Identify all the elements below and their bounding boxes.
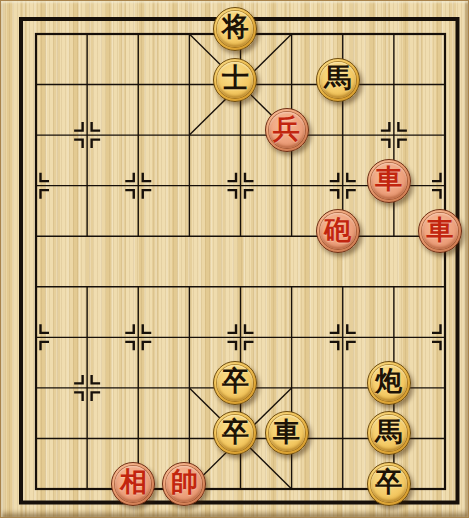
piece-glyph: 車 [375,166,402,193]
piece-face: 兵 [269,112,305,148]
piece-glyph: 馬 [324,65,351,92]
piece-glyph: 卒 [375,469,402,496]
piece-face: 馬 [320,62,356,98]
piece-glyph: 砲 [324,217,351,244]
piece-face: 帥 [166,466,202,502]
xiangqi-board-window: 将士馬兵車砲車卒炮卒車馬相帥卒 [0,0,469,518]
piece-glyph: 相 [120,469,147,496]
piece-black-soldier[interactable]: 卒 [213,361,257,405]
piece-black-cannon[interactable]: 炮 [367,361,411,405]
piece-face: 卒 [217,415,253,451]
piece-glyph: 兵 [273,116,300,143]
piece-glyph: 帥 [171,469,198,496]
piece-black-soldier[interactable]: 卒 [367,462,411,506]
piece-face: 車 [269,415,305,451]
piece-black-soldier[interactable]: 卒 [213,411,257,455]
piece-face: 将 [217,11,253,47]
piece-layer: 将士馬兵車砲車卒炮卒車馬相帥卒 [10,9,469,515]
piece-face: 卒 [371,466,407,502]
piece-face: 炮 [371,365,407,401]
piece-glyph: 車 [426,217,453,244]
piece-red-soldier[interactable]: 兵 [265,108,309,152]
piece-black-general[interactable]: 将 [213,7,257,51]
piece-black-horse[interactable]: 馬 [316,58,360,102]
piece-glyph: 車 [273,419,300,446]
piece-face: 車 [422,213,458,249]
piece-red-general[interactable]: 帥 [162,462,206,506]
piece-red-chariot[interactable]: 車 [367,159,411,203]
piece-black-chariot[interactable]: 車 [265,411,309,455]
piece-glyph: 馬 [375,419,402,446]
piece-glyph: 卒 [222,419,249,446]
piece-face: 士 [217,62,253,98]
piece-black-advisor[interactable]: 士 [213,58,257,102]
piece-face: 馬 [371,415,407,451]
piece-face: 車 [371,163,407,199]
piece-face: 砲 [320,213,356,249]
piece-red-elephant[interactable]: 相 [111,462,155,506]
piece-red-cannon[interactable]: 砲 [316,209,360,253]
piece-glyph: 炮 [375,368,402,395]
piece-face: 相 [115,466,151,502]
piece-glyph: 士 [222,65,249,92]
piece-glyph: 卒 [222,368,249,395]
piece-face: 卒 [217,365,253,401]
piece-glyph: 将 [222,14,249,41]
piece-red-chariot[interactable]: 車 [418,209,462,253]
piece-black-horse[interactable]: 馬 [367,411,411,455]
